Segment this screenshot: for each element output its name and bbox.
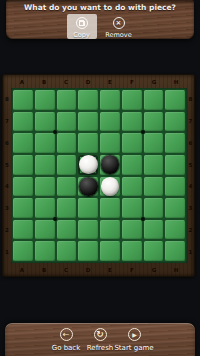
- cell-g1[interactable]: [144, 241, 164, 261]
- coord-label: F: [121, 263, 143, 276]
- cell-c5[interactable]: [57, 155, 77, 175]
- coord-label: 2: [3, 219, 11, 241]
- cell-g5[interactable]: [144, 155, 164, 175]
- cell-h2[interactable]: [165, 220, 185, 240]
- cell-g6[interactable]: [144, 133, 164, 153]
- go-back-label: Go back: [52, 344, 81, 352]
- white-disc: [79, 155, 98, 174]
- coord-label: E: [99, 75, 121, 88]
- black-disc: [79, 177, 98, 196]
- cell-c1[interactable]: [57, 241, 77, 261]
- cell-d4[interactable]: [78, 177, 98, 197]
- cell-d8[interactable]: [78, 90, 98, 110]
- cell-g8[interactable]: [144, 90, 164, 110]
- remove-x-glyph: ×: [116, 20, 122, 27]
- coord-label: 6: [187, 132, 194, 154]
- coord-label: 1: [187, 241, 194, 263]
- coord-label: 5: [187, 154, 194, 176]
- cell-d6[interactable]: [78, 133, 98, 153]
- back-arrow-icon: ←: [60, 328, 73, 341]
- cell-a1[interactable]: [13, 241, 33, 261]
- star-point-icon: [53, 130, 57, 134]
- cell-b6[interactable]: [35, 133, 55, 153]
- star-point-icon: [141, 217, 145, 221]
- star-point-icon: [53, 217, 57, 221]
- rank-labels-left: 87654321: [3, 88, 11, 263]
- cell-e2[interactable]: [100, 220, 120, 240]
- cell-f7[interactable]: [122, 112, 142, 132]
- cell-a5[interactable]: [13, 155, 33, 175]
- black-disc: [101, 155, 120, 174]
- cell-a3[interactable]: [13, 198, 33, 218]
- cell-f5[interactable]: [122, 155, 142, 175]
- white-disc: [101, 177, 120, 196]
- cell-f2[interactable]: [122, 220, 142, 240]
- refresh-label: Refresh: [87, 344, 113, 352]
- coord-label: A: [11, 75, 33, 88]
- cell-c4[interactable]: [57, 177, 77, 197]
- coord-label: B: [33, 263, 55, 276]
- dialog-button-row: Copy × Remove: [6, 14, 194, 39]
- cell-e5[interactable]: [100, 155, 120, 175]
- cell-g7[interactable]: [144, 112, 164, 132]
- cell-h4[interactable]: [165, 177, 185, 197]
- coord-label: H: [165, 75, 187, 88]
- cell-h5[interactable]: [165, 155, 185, 175]
- cell-e1[interactable]: [100, 241, 120, 261]
- cell-b5[interactable]: [35, 155, 55, 175]
- coord-label: C: [55, 263, 77, 276]
- piece-action-dialog: What do you want to do with piece? Copy …: [6, 0, 194, 39]
- cell-a8[interactable]: [13, 90, 33, 110]
- refresh-button[interactable]: ↻ Refresh: [85, 328, 115, 356]
- coord-label: G: [143, 263, 165, 276]
- cell-h3[interactable]: [165, 198, 185, 218]
- cell-f1[interactable]: [122, 241, 142, 261]
- cell-e6[interactable]: [100, 133, 120, 153]
- cell-d7[interactable]: [78, 112, 98, 132]
- remove-button-label: Remove: [105, 31, 131, 39]
- refresh-icon: ↻: [94, 328, 107, 341]
- cell-b3[interactable]: [35, 198, 55, 218]
- file-labels-bottom: ABCDEFGH: [11, 263, 187, 276]
- cell-e3[interactable]: [100, 198, 120, 218]
- copy-button-label: Copy: [73, 31, 90, 39]
- coord-label: F: [121, 75, 143, 88]
- cell-c6[interactable]: [57, 133, 77, 153]
- go-back-button[interactable]: ← Go back: [51, 328, 81, 356]
- coord-label: A: [11, 263, 33, 276]
- rank-labels-right: 87654321: [187, 88, 194, 263]
- cell-a7[interactable]: [13, 112, 33, 132]
- coord-label: 3: [3, 197, 11, 219]
- cell-h1[interactable]: [165, 241, 185, 261]
- cell-g2[interactable]: [144, 220, 164, 240]
- cell-b7[interactable]: [35, 112, 55, 132]
- remove-button[interactable]: × Remove: [104, 14, 134, 39]
- start-game-label: Start game: [114, 344, 153, 352]
- board-inner: [11, 88, 187, 263]
- cell-b2[interactable]: [35, 220, 55, 240]
- star-point-icon: [141, 130, 145, 134]
- copy-glyph: [79, 20, 85, 26]
- remove-x-icon: ×: [113, 17, 125, 29]
- cell-f6[interactable]: [122, 133, 142, 153]
- app-screen: What do you want to do with piece? Copy …: [0, 0, 200, 356]
- cell-a4[interactable]: [13, 177, 33, 197]
- coord-label: 4: [187, 176, 194, 198]
- cell-a6[interactable]: [13, 133, 33, 153]
- cell-a2[interactable]: [13, 220, 33, 240]
- cell-d5[interactable]: [78, 155, 98, 175]
- cell-g4[interactable]: [144, 177, 164, 197]
- cell-h8[interactable]: [165, 90, 185, 110]
- reversi-board: ABCDEFGH ABCDEFGH 87654321 87654321: [2, 74, 195, 277]
- coord-label: H: [165, 263, 187, 276]
- coord-label: 7: [3, 110, 11, 132]
- coord-label: 7: [187, 110, 194, 132]
- cell-d3[interactable]: [78, 198, 98, 218]
- cell-f4[interactable]: [122, 177, 142, 197]
- coord-label: 8: [3, 88, 11, 110]
- cell-c3[interactable]: [57, 198, 77, 218]
- bottom-toolbar: ← Go back ↻ Refresh ▶ Start game: [5, 323, 195, 356]
- file-labels-top: ABCDEFGH: [11, 75, 187, 88]
- cell-d1[interactable]: [78, 241, 98, 261]
- cell-g3[interactable]: [144, 198, 164, 218]
- coord-label: 1: [3, 241, 11, 263]
- coord-label: 5: [3, 154, 11, 176]
- coord-label: D: [77, 75, 99, 88]
- coord-label: 3: [187, 197, 194, 219]
- coord-label: B: [33, 75, 55, 88]
- copy-button[interactable]: Copy: [67, 14, 97, 39]
- cell-e4[interactable]: [100, 177, 120, 197]
- cell-f8[interactable]: [122, 90, 142, 110]
- cell-c8[interactable]: [57, 90, 77, 110]
- coord-label: 6: [3, 132, 11, 154]
- cell-h6[interactable]: [165, 133, 185, 153]
- cell-d2[interactable]: [78, 220, 98, 240]
- coord-label: 8: [187, 88, 194, 110]
- coord-label: 2: [187, 219, 194, 241]
- cell-e7[interactable]: [100, 112, 120, 132]
- cell-h7[interactable]: [165, 112, 185, 132]
- coord-label: C: [55, 75, 77, 88]
- cell-e8[interactable]: [100, 90, 120, 110]
- dialog-title: What do you want to do with piece?: [6, 0, 194, 12]
- cell-b1[interactable]: [35, 241, 55, 261]
- coord-label: E: [99, 263, 121, 276]
- copy-icon: [76, 17, 88, 29]
- start-game-button[interactable]: ▶ Start game: [119, 328, 149, 356]
- cell-c2[interactable]: [57, 220, 77, 240]
- cell-c7[interactable]: [57, 112, 77, 132]
- cell-f3[interactable]: [122, 198, 142, 218]
- cell-b4[interactable]: [35, 177, 55, 197]
- cell-b8[interactable]: [35, 90, 55, 110]
- coord-label: D: [77, 263, 99, 276]
- play-icon: ▶: [128, 328, 141, 341]
- board-grid: [11, 88, 187, 263]
- coord-label: G: [143, 75, 165, 88]
- coord-label: 4: [3, 176, 11, 198]
